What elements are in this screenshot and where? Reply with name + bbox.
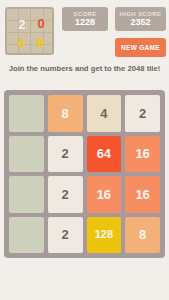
tile-128-r4c3: 128: [87, 217, 122, 254]
high-score-box: HIGH SCORE 2352: [115, 7, 166, 31]
logo-digit-8: 8: [36, 36, 43, 49]
logo-digit-0: 0: [38, 17, 45, 30]
tile-2-r3c2: 2: [48, 176, 83, 213]
app-logo: 2 0 4 8: [5, 7, 54, 55]
empty-cell-r1c1: [9, 95, 44, 132]
score-value: 1228: [75, 18, 95, 27]
tagline: Join the numbers and get to the 2048 til…: [0, 64, 169, 73]
empty-cell-r2c1: [9, 136, 44, 173]
new-game-button[interactable]: NEW GAME: [115, 38, 166, 57]
tile-2-r1c4: 2: [125, 95, 160, 132]
score-box: SCORE 1228: [62, 7, 108, 31]
empty-cell-r3c1: [9, 176, 44, 213]
high-score-value: 2352: [130, 18, 150, 27]
logo-digit-2: 2: [18, 17, 25, 30]
tile-8-r1c2: 8: [48, 95, 83, 132]
tile-4-r1c3: 4: [87, 95, 122, 132]
empty-cell-r4c1: [9, 217, 44, 254]
tile-16-r3c3: 16: [87, 176, 122, 213]
tile-16-r2c4: 16: [125, 136, 160, 173]
tile-64-r2c3: 64: [87, 136, 122, 173]
logo-digit-4: 4: [17, 36, 24, 49]
2048-app: 2 0 4 8 SCORE 1228 HIGH SCORE 2352 NEW G…: [0, 0, 169, 300]
game-board[interactable]: 842264162161621288: [4, 90, 165, 258]
tile-16-r3c4: 16: [125, 176, 160, 213]
tile-2-r2c2: 2: [48, 136, 83, 173]
tile-2-r4c2: 2: [48, 217, 83, 254]
tile-8-r4c4: 8: [125, 217, 160, 254]
